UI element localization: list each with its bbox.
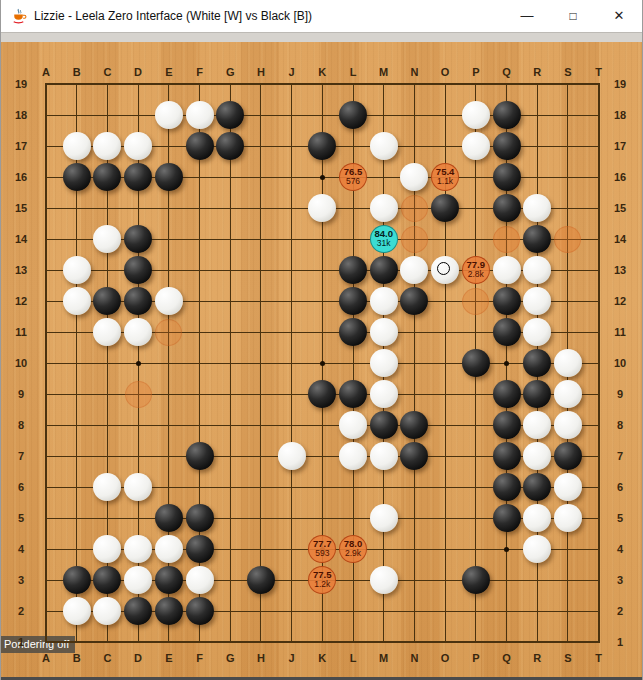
stone-white: [155, 287, 183, 315]
coord-label-right: 1: [610, 635, 630, 649]
candidate-visits: 1.2k: [309, 580, 335, 589]
coord-label-top: L: [343, 65, 363, 79]
stone-black: [339, 101, 367, 129]
stone-black: [339, 287, 367, 315]
coord-label-left: 10: [11, 356, 31, 370]
stone-white: [278, 442, 306, 470]
coord-label-bottom: G: [220, 651, 240, 665]
candidate-move-overlay[interactable]: 77.7593: [308, 535, 336, 563]
coord-label-top: A: [36, 65, 56, 79]
stone-black: [493, 287, 521, 315]
coord-label-bottom: H: [251, 651, 271, 665]
coord-label-left: 17: [11, 139, 31, 153]
coord-label-right: 4: [610, 542, 630, 556]
stone-white: [523, 318, 551, 346]
star-point: [136, 361, 141, 366]
candidate-visits: 2.8k: [463, 270, 489, 279]
stone-black: [493, 411, 521, 439]
stone-black: [186, 504, 214, 532]
coord-label-top: D: [128, 65, 148, 79]
stone-white: [462, 101, 490, 129]
go-board[interactable]: Pondering off AABBCCDDEEFFGGHHJJKKLLMMNN…: [1, 42, 643, 680]
stone-black: [155, 566, 183, 594]
stone-white: [523, 535, 551, 563]
minimize-button[interactable]: —: [504, 0, 550, 32]
stone-black: [308, 380, 336, 408]
stone-black: [124, 256, 152, 284]
stone-black: [247, 566, 275, 594]
stone-white: [554, 349, 582, 377]
stone-black: [493, 504, 521, 532]
stone-black: [493, 473, 521, 501]
stone-white: [308, 194, 336, 222]
coord-label-top: O: [435, 65, 455, 79]
stone-black: [523, 225, 551, 253]
maximize-button[interactable]: □: [550, 0, 596, 32]
stone-black: [63, 163, 91, 191]
grid-line-horizontal: [45, 83, 600, 85]
coord-label-top: R: [527, 65, 547, 79]
stone-white: [370, 287, 398, 315]
coord-label-left: 6: [11, 480, 31, 494]
stone-black: [339, 256, 367, 284]
stone-black: [186, 442, 214, 470]
coord-label-top: S: [558, 65, 578, 79]
stone-black: [493, 194, 521, 222]
coord-label-right: 17: [610, 139, 630, 153]
ghost-move-overlay[interactable]: [155, 319, 182, 346]
coord-label-top: H: [251, 65, 271, 79]
ghost-move-overlay[interactable]: [125, 381, 152, 408]
stone-white: [554, 473, 582, 501]
coord-label-left: 2: [11, 604, 31, 618]
stone-black: [523, 349, 551, 377]
stone-white: [554, 411, 582, 439]
stone-black: [186, 597, 214, 625]
coord-label-left: 4: [11, 542, 31, 556]
coord-label-left: 15: [11, 201, 31, 215]
stone-white: [400, 256, 428, 284]
coord-label-bottom: Q: [497, 651, 517, 665]
stone-black: [155, 504, 183, 532]
star-point: [320, 175, 325, 180]
coord-label-right: 18: [610, 108, 630, 122]
stone-black: [186, 132, 214, 160]
coord-label-bottom: D: [128, 651, 148, 665]
candidate-move-overlay[interactable]: 77.51.2k: [308, 566, 336, 594]
lizzie-window: Lizzie - Leela Zero Interface (White [W]…: [0, 0, 643, 680]
stone-black: [370, 411, 398, 439]
coord-label-right: 8: [610, 418, 630, 432]
coord-label-right: 2: [610, 604, 630, 618]
coord-label-bottom: K: [312, 651, 332, 665]
stone-white: [155, 101, 183, 129]
coord-label-left: 5: [11, 511, 31, 525]
candidate-move-overlay[interactable]: 77.92.8k: [462, 256, 490, 284]
coord-label-left: 7: [11, 449, 31, 463]
stone-white: [400, 163, 428, 191]
coord-label-top: Q: [497, 65, 517, 79]
last-move-marker: [437, 262, 450, 275]
stone-white: [93, 535, 121, 563]
stone-black: [93, 163, 121, 191]
coord-label-left: 19: [11, 77, 31, 91]
stone-black: [63, 566, 91, 594]
coord-label-bottom: B: [67, 651, 87, 665]
stone-black: [462, 349, 490, 377]
coord-label-right: 15: [610, 201, 630, 215]
menu-strip: [1, 32, 642, 42]
coord-label-bottom: E: [159, 651, 179, 665]
coord-label-bottom: F: [190, 651, 210, 665]
stone-white: [93, 225, 121, 253]
coord-label-bottom: R: [527, 651, 547, 665]
stone-white: [63, 256, 91, 284]
stone-white: [155, 535, 183, 563]
coord-label-bottom: J: [282, 651, 302, 665]
stone-white: [63, 132, 91, 160]
coord-label-top: C: [97, 65, 117, 79]
close-button[interactable]: ✕: [596, 0, 642, 32]
stone-white: [93, 132, 121, 160]
coord-label-right: 6: [610, 480, 630, 494]
best-move-visits: 31k: [371, 239, 397, 248]
coord-label-right: 9: [610, 387, 630, 401]
coord-label-left: 1: [11, 635, 31, 649]
coord-label-top: K: [312, 65, 332, 79]
coord-label-right: 19: [610, 77, 630, 91]
star-point: [504, 361, 509, 366]
stone-black: [523, 380, 551, 408]
stone-white: [370, 380, 398, 408]
stone-white: [63, 597, 91, 625]
coord-label-right: 7: [610, 449, 630, 463]
coord-label-bottom: C: [97, 651, 117, 665]
candidate-visits: 576: [340, 177, 366, 186]
grid-line-horizontal: [45, 641, 600, 643]
stone-white: [523, 504, 551, 532]
coord-label-left: 11: [11, 325, 31, 339]
coord-label-top: T: [589, 65, 609, 79]
coord-label-top: J: [282, 65, 302, 79]
stone-black: [216, 101, 244, 129]
stone-white: [523, 256, 551, 284]
ghost-move-overlay[interactable]: [401, 195, 428, 222]
stone-black: [216, 132, 244, 160]
stone-black: [554, 442, 582, 470]
stone-white: [523, 194, 551, 222]
coord-label-left: 3: [11, 573, 31, 587]
coord-label-left: 14: [11, 232, 31, 246]
coord-label-left: 8: [11, 418, 31, 432]
stone-black: [124, 287, 152, 315]
coord-label-right: 12: [610, 294, 630, 308]
stone-white: [523, 442, 551, 470]
java-icon: [10, 8, 27, 25]
title-bar[interactable]: Lizzie - Leela Zero Interface (White [W]…: [1, 0, 642, 32]
coord-label-right: 10: [610, 356, 630, 370]
stone-black: [308, 132, 336, 160]
candidate-move-overlay[interactable]: 75.41.1k: [431, 163, 459, 191]
stone-white: [93, 473, 121, 501]
stone-black: [124, 163, 152, 191]
stone-white: [370, 566, 398, 594]
stone-white: [124, 566, 152, 594]
coord-label-left: 18: [11, 108, 31, 122]
coord-label-right: 5: [610, 511, 630, 525]
coord-label-top: B: [67, 65, 87, 79]
coord-label-right: 14: [610, 232, 630, 246]
stone-white: [63, 287, 91, 315]
stone-black: [400, 287, 428, 315]
coord-label-top: M: [374, 65, 394, 79]
coord-label-bottom: M: [374, 651, 394, 665]
stone-black: [462, 566, 490, 594]
coord-label-top: F: [190, 65, 210, 79]
ghost-move-overlay[interactable]: [554, 226, 581, 253]
coord-label-bottom: O: [435, 651, 455, 665]
coord-label-right: 13: [610, 263, 630, 277]
stone-white: [370, 132, 398, 160]
stone-white: [523, 287, 551, 315]
stone-black: [493, 442, 521, 470]
stone-white: [370, 349, 398, 377]
coord-label-bottom: N: [404, 651, 424, 665]
stone-white: [93, 597, 121, 625]
stone-white: [554, 504, 582, 532]
stone-white: [462, 132, 490, 160]
stone-white: [554, 380, 582, 408]
stone-black: [400, 411, 428, 439]
stone-black: [93, 566, 121, 594]
stone-white: [124, 132, 152, 160]
stone-black: [124, 225, 152, 253]
coord-label-bottom: S: [558, 651, 578, 665]
stone-white: [493, 256, 521, 284]
coord-label-right: 16: [610, 170, 630, 184]
stone-white: [339, 411, 367, 439]
coord-label-top: G: [220, 65, 240, 79]
stone-white: [186, 566, 214, 594]
ghost-move-overlay[interactable]: [401, 226, 428, 253]
stone-white: [370, 442, 398, 470]
coord-label-bottom: L: [343, 651, 363, 665]
stone-black: [339, 318, 367, 346]
coord-label-left: 12: [11, 294, 31, 308]
stone-black: [493, 163, 521, 191]
stone-white: [124, 473, 152, 501]
coord-label-left: 16: [11, 170, 31, 184]
candidate-visits: 2.9k: [340, 549, 366, 558]
stone-white: [370, 504, 398, 532]
candidate-move-overlay[interactable]: 78.02.9k: [339, 535, 367, 563]
stone-white: [370, 318, 398, 346]
candidate-visits: 1.1k: [432, 177, 458, 186]
stone-black: [493, 101, 521, 129]
best-move-overlay[interactable]: 84.031k: [370, 225, 398, 253]
stone-black: [155, 163, 183, 191]
candidate-move-overlay[interactable]: 76.5576: [339, 163, 367, 191]
stone-black: [155, 597, 183, 625]
star-point: [320, 361, 325, 366]
stone-black: [339, 380, 367, 408]
stone-black: [431, 194, 459, 222]
coord-label-left: 9: [11, 387, 31, 401]
coord-label-top: N: [404, 65, 424, 79]
stone-white: [93, 318, 121, 346]
stone-white: [124, 535, 152, 563]
stone-black: [93, 287, 121, 315]
coord-label-top: E: [159, 65, 179, 79]
coord-label-right: 3: [610, 573, 630, 587]
candidate-visits: 593: [309, 549, 335, 558]
coord-label-bottom: P: [466, 651, 486, 665]
ghost-move-overlay[interactable]: [462, 288, 489, 315]
star-point: [504, 547, 509, 552]
stone-black: [400, 442, 428, 470]
coord-label-top: P: [466, 65, 486, 79]
stone-black: [186, 535, 214, 563]
stone-white: [370, 194, 398, 222]
coord-label-right: 11: [610, 325, 630, 339]
coord-label-bottom: A: [36, 651, 56, 665]
stone-black: [493, 318, 521, 346]
stone-black: [370, 256, 398, 284]
coord-label-bottom: T: [589, 651, 609, 665]
stone-white: [523, 411, 551, 439]
ghost-move-overlay[interactable]: [493, 226, 520, 253]
stone-black: [493, 132, 521, 160]
stone-black: [523, 473, 551, 501]
stone-white: [186, 101, 214, 129]
coord-label-left: 13: [11, 263, 31, 277]
stone-black: [493, 380, 521, 408]
window-title: Lizzie - Leela Zero Interface (White [W]…: [34, 0, 312, 32]
stone-black: [124, 597, 152, 625]
stone-white: [124, 318, 152, 346]
stone-white: [339, 442, 367, 470]
